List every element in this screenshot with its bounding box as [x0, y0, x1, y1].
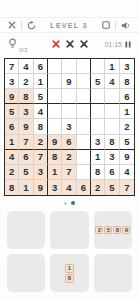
cell-r2c4[interactable] [48, 74, 62, 89]
restart-button[interactable] [27, 21, 36, 30]
cell-r8c2[interactable]: 5 [19, 165, 33, 180]
tray-slot-3: 2589 [94, 211, 132, 249]
cell-r8c9[interactable]: 4 [120, 165, 134, 180]
cell-r4c2[interactable]: 3 [19, 104, 33, 119]
level-label: LEVEL 3 [36, 22, 102, 29]
cell-r2c6[interactable] [77, 74, 91, 89]
x-mark-icon-1 [52, 40, 60, 48]
cell-r2c8[interactable]: 4 [105, 74, 119, 89]
cell-r1c6[interactable] [77, 59, 91, 74]
sound-button[interactable] [121, 21, 131, 30]
x-mark-icon-2 [66, 40, 74, 48]
bulb-icon [8, 35, 17, 53]
page-dot-1[interactable] [64, 202, 67, 205]
page-dots[interactable] [0, 200, 139, 206]
cell-r3c8[interactable] [105, 89, 119, 104]
cell-r5c7[interactable] [91, 119, 105, 134]
cell-r3c2[interactable]: 8 [19, 89, 33, 104]
cell-r4c4[interactable] [48, 104, 62, 119]
number-tile: 8 [65, 274, 74, 283]
cell-r2c1[interactable]: 3 [5, 74, 19, 89]
cell-r5c1[interactable]: 6 [5, 119, 19, 134]
cell-r5c8[interactable] [105, 119, 119, 134]
toolbar: LEVEL 3 [0, 17, 139, 33]
cell-r2c5[interactable]: 9 [62, 74, 76, 89]
cell-r1c8[interactable]: 1 [105, 59, 119, 74]
cell-r2c9[interactable]: 8 [120, 74, 134, 89]
cell-r4c8[interactable] [105, 104, 119, 119]
cell-r9c6[interactable]: 6 [77, 180, 91, 195]
cell-r8c3[interactable]: 3 [34, 165, 48, 180]
hint-button[interactable]: 0/3 [8, 35, 44, 53]
number-tile: 9 [122, 226, 130, 234]
cell-r1c4[interactable] [48, 59, 62, 74]
tray-slot-4 [7, 254, 45, 292]
timer: 01:15 [104, 41, 122, 48]
tray-slot-6 [94, 254, 132, 292]
cell-r6c8[interactable]: 8 [105, 135, 119, 150]
cell-r5c9[interactable]: 2 [120, 119, 134, 134]
cell-r3c1[interactable]: 9 [5, 89, 19, 104]
cell-r5c3[interactable]: 8 [34, 119, 48, 134]
tray-slot-2 [50, 211, 88, 249]
number-tile: 5 [104, 226, 112, 234]
cell-r7c1[interactable]: 4 [5, 150, 19, 165]
cell-r4c6[interactable] [77, 104, 91, 119]
timer-group: 01:15 [95, 41, 131, 48]
number-tile: 2 [95, 226, 103, 234]
cell-r4c9[interactable]: 1 [120, 104, 134, 119]
number-tile: 8 [113, 226, 121, 234]
cell-r3c4[interactable] [48, 89, 62, 104]
cell-r6c5[interactable]: 6 [62, 135, 76, 150]
cell-r4c1[interactable]: 5 [5, 104, 19, 119]
piece-18[interactable]: 18 [65, 264, 74, 283]
divider [115, 21, 116, 30]
cell-r6c7[interactable]: 3 [91, 135, 105, 150]
mistakes-indicator [44, 40, 95, 48]
cell-r7c8[interactable]: 3 [105, 150, 119, 165]
sudoku-board: 7461332195489856534169832172963854678213… [4, 58, 135, 196]
cell-r7c6[interactable] [77, 150, 91, 165]
status-bar-space [0, 0, 139, 17]
toolbar-left-group [8, 21, 36, 30]
divider [21, 21, 22, 30]
cell-r5c2[interactable]: 9 [19, 119, 33, 134]
cell-r3c6[interactable] [77, 89, 91, 104]
cell-r8c6[interactable] [77, 165, 91, 180]
page-dot-2[interactable] [71, 201, 76, 206]
cell-r1c5[interactable] [62, 59, 76, 74]
cell-r7c9[interactable]: 9 [120, 150, 134, 165]
cell-r1c2[interactable]: 4 [19, 59, 33, 74]
cell-r9c4[interactable]: 3 [48, 180, 62, 195]
piece-2589[interactable]: 2589 [95, 226, 130, 234]
cell-r9c9[interactable]: 7 [120, 180, 134, 195]
cell-r1c3[interactable]: 6 [34, 59, 48, 74]
number-tile: 1 [65, 264, 74, 273]
cell-r4c5[interactable] [62, 104, 76, 119]
close-button[interactable] [8, 21, 16, 29]
cell-r8c7[interactable]: 8 [91, 165, 105, 180]
game-header: 0/3 01:15 [0, 33, 139, 55]
cell-r7c5[interactable]: 2 [62, 150, 76, 165]
cell-r9c8[interactable]: 5 [105, 180, 119, 195]
cell-r5c6[interactable] [77, 119, 91, 134]
cell-r8c5[interactable]: 7 [62, 165, 76, 180]
cell-r9c7[interactable]: 2 [91, 180, 105, 195]
cell-r9c3[interactable]: 9 [34, 180, 48, 195]
cell-r3c9[interactable]: 6 [120, 89, 134, 104]
cell-r5c5[interactable]: 3 [62, 119, 76, 134]
cell-r1c9[interactable]: 3 [120, 59, 134, 74]
cell-r8c4[interactable]: 1 [48, 165, 62, 180]
cell-r8c8[interactable]: 6 [105, 165, 119, 180]
cell-r6c4[interactable]: 9 [48, 135, 62, 150]
cell-r2c7[interactable]: 5 [91, 74, 105, 89]
pause-button[interactable] [125, 41, 131, 48]
cell-r1c1[interactable]: 7 [5, 59, 19, 74]
tray-slot-5: 18 [50, 254, 88, 292]
cell-r4c7[interactable] [91, 104, 105, 119]
hint-count: 0/3 [19, 47, 27, 53]
cell-r3c3[interactable]: 5 [34, 89, 48, 104]
cell-r6c6[interactable] [77, 135, 91, 150]
toolbar-right-group [102, 21, 131, 30]
cell-r9c5[interactable]: 4 [62, 180, 76, 195]
cell-r7c2[interactable]: 6 [19, 150, 33, 165]
cell-r4c3[interactable]: 4 [34, 104, 48, 119]
cell-r3c5[interactable] [62, 89, 76, 104]
cell-r7c4[interactable]: 8 [48, 150, 62, 165]
piece-tray: 258918 [7, 211, 132, 292]
cell-r2c2[interactable]: 2 [19, 74, 33, 89]
cell-r6c3[interactable]: 2 [34, 135, 48, 150]
board-button[interactable] [102, 21, 110, 29]
x-mark-icon-3 [80, 40, 88, 48]
cell-r7c3[interactable]: 7 [34, 150, 48, 165]
cell-r9c2[interactable]: 1 [19, 180, 33, 195]
cell-r9c1[interactable]: 8 [5, 180, 19, 195]
cell-r6c9[interactable]: 5 [120, 135, 134, 150]
cell-r5c4[interactable] [48, 119, 62, 134]
cell-r3c7[interactable] [91, 89, 105, 104]
cell-r6c2[interactable]: 7 [19, 135, 33, 150]
cell-r7c7[interactable]: 1 [91, 150, 105, 165]
cell-r6c1[interactable]: 1 [5, 135, 19, 150]
cell-r8c1[interactable]: 2 [5, 165, 19, 180]
cell-r1c7[interactable] [91, 59, 105, 74]
cell-r2c3[interactable]: 1 [34, 74, 48, 89]
tray-slot-1 [7, 211, 45, 249]
